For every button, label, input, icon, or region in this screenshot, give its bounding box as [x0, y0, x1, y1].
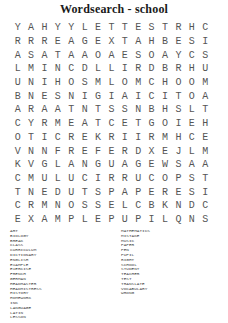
grid-cell[interactable]: L	[185, 103, 198, 117]
grid-cell[interactable]: C	[185, 131, 198, 145]
grid-cell[interactable]: U	[198, 62, 211, 76]
grid-cell[interactable]: I	[172, 117, 185, 131]
grid-cell[interactable]: D	[185, 199, 198, 213]
grid-cell[interactable]: R	[145, 131, 158, 145]
grid-cell[interactable]: N	[172, 199, 185, 213]
grid-cell[interactable]: K	[11, 158, 24, 172]
grid-cell[interactable]: R	[118, 144, 131, 158]
grid-cell[interactable]: J	[172, 144, 185, 158]
grid-cell[interactable]: Y	[51, 21, 64, 35]
grid-cell[interactable]: B	[158, 62, 171, 76]
grid-cell[interactable]: L	[78, 213, 91, 227]
grid-cell[interactable]: M	[198, 76, 211, 90]
grid-cell[interactable]: A	[11, 48, 24, 62]
grid-cell[interactable]: L	[11, 62, 24, 76]
grid-cell[interactable]: R	[65, 131, 78, 145]
grid-cell[interactable]: E	[172, 185, 185, 199]
grid-cell[interactable]: T	[78, 185, 91, 199]
grid-cell[interactable]: O	[145, 48, 158, 62]
grid-cell[interactable]: L	[51, 172, 64, 186]
grid-cell[interactable]: K	[91, 131, 104, 145]
grid-cell[interactable]: G	[132, 158, 145, 172]
grid-cell[interactable]: S	[91, 199, 104, 213]
grid-cell[interactable]: R	[24, 103, 37, 117]
grid-cell[interactable]: R	[172, 62, 185, 76]
grid-cell[interactable]: R	[11, 35, 24, 49]
grid-cell[interactable]: O	[172, 76, 185, 90]
grid-cell[interactable]: T	[172, 89, 185, 103]
grid-cell[interactable]: I	[145, 213, 158, 227]
grid-cell[interactable]: R	[158, 185, 171, 199]
grid-cell[interactable]: N	[51, 199, 64, 213]
grid-cell[interactable]: P	[132, 213, 145, 227]
grid-cell[interactable]: I	[198, 35, 211, 49]
grid-cell[interactable]: S	[78, 199, 91, 213]
grid-cell[interactable]: I	[158, 89, 171, 103]
grid-cell[interactable]: D	[51, 185, 64, 199]
grid-cell[interactable]: C	[145, 76, 158, 90]
grid-cell[interactable]: A	[24, 21, 37, 35]
grid-cell[interactable]: A	[38, 213, 51, 227]
grid-cell[interactable]: I	[78, 89, 91, 103]
grid-cell[interactable]: E	[78, 131, 91, 145]
grid-cell[interactable]: Y	[65, 21, 78, 35]
grid-cell[interactable]: A	[132, 35, 145, 49]
grid-cell[interactable]: N	[78, 158, 91, 172]
grid-cell[interactable]: B	[145, 103, 158, 117]
grid-cell[interactable]: H	[158, 103, 171, 117]
grid-cell[interactable]: Y	[11, 21, 24, 35]
grid-cell[interactable]: F	[91, 144, 104, 158]
grid-cell[interactable]: I	[118, 131, 131, 145]
grid-cell[interactable]: S	[132, 48, 145, 62]
grid-cell[interactable]: T	[105, 21, 118, 35]
word-list-item: WRONG	[121, 291, 150, 296]
grid-cell[interactable]: D	[132, 144, 145, 158]
grid-cell[interactable]: L	[51, 158, 64, 172]
grid-cell[interactable]: M	[132, 76, 145, 90]
letter-grid: YAHYYLETTESTRHCRRREAGEXTAHBESIASATAAOAES…	[11, 21, 212, 226]
grid-cell[interactable]: T	[132, 117, 145, 131]
grid-cell[interactable]: E	[65, 117, 78, 131]
grid-cell[interactable]: S	[105, 103, 118, 117]
grid-cell[interactable]: R	[24, 35, 37, 49]
grid-cell[interactable]: X	[24, 213, 37, 227]
grid-cell[interactable]: D	[78, 62, 91, 76]
grid-cell[interactable]: E	[91, 35, 104, 49]
grid-cell[interactable]: Y	[172, 48, 185, 62]
grid-cell[interactable]: A	[11, 103, 24, 117]
grid-cell[interactable]: E	[118, 48, 131, 62]
grid-cell[interactable]: O	[185, 89, 198, 103]
grid-cell[interactable]: C	[105, 117, 118, 131]
grid-cell[interactable]: I	[132, 89, 145, 103]
grid-cell[interactable]: N	[185, 213, 198, 227]
grid-cell[interactable]: P	[65, 213, 78, 227]
grid-cell[interactable]: L	[118, 199, 131, 213]
grid-cell[interactable]: S	[51, 89, 64, 103]
grid-cell[interactable]: A	[51, 103, 64, 117]
grid-cell[interactable]: R	[118, 172, 131, 186]
grid-cell[interactable]: A	[185, 158, 198, 172]
grid-cell[interactable]: N	[24, 185, 37, 199]
grid-cell[interactable]: E	[132, 21, 145, 35]
grid-cell[interactable]: O	[185, 76, 198, 90]
grid-cell[interactable]: I	[38, 76, 51, 90]
grid-cell[interactable]: B	[11, 89, 24, 103]
grid-cell[interactable]: A	[105, 48, 118, 62]
grid-cell[interactable]: P	[172, 172, 185, 186]
grid-cell[interactable]: I	[91, 172, 104, 186]
grid-cell[interactable]: K	[158, 199, 171, 213]
grid-cell[interactable]: U	[38, 172, 51, 186]
grid-cell[interactable]: O	[65, 76, 78, 90]
grid-cell[interactable]: U	[65, 185, 78, 199]
grid-cell[interactable]: O	[118, 76, 131, 90]
grid-cell[interactable]: N	[38, 144, 51, 158]
grid-cell[interactable]: G	[145, 117, 158, 131]
grid-cell[interactable]: N	[24, 144, 37, 158]
grid-cell[interactable]: E	[105, 144, 118, 158]
grid-cell[interactable]: I	[118, 62, 131, 76]
grid-cell[interactable]: A	[118, 89, 131, 103]
grid-cell[interactable]: E	[91, 21, 104, 35]
grid-cell[interactable]: H	[185, 21, 198, 35]
word-list-column-1: ARTBIOLOGYBREAKCLASSCURRICULUMDICTIONARY…	[10, 229, 42, 320]
grid-cell[interactable]: C	[198, 21, 211, 35]
grid-cell[interactable]: M	[24, 172, 37, 186]
grid-cell[interactable]: A	[118, 185, 131, 199]
grid-cell[interactable]: A	[78, 48, 91, 62]
grid-cell[interactable]: S	[172, 158, 185, 172]
grid-cell[interactable]: C	[51, 131, 64, 145]
grid-cell[interactable]: B	[145, 199, 158, 213]
grid-cell[interactable]: S	[145, 21, 158, 35]
grid-cell[interactable]: S	[118, 103, 131, 117]
grid-cell[interactable]: U	[65, 172, 78, 186]
grid-cell[interactable]: S	[185, 35, 198, 49]
grid-cell[interactable]: S	[198, 213, 211, 227]
grid-cell[interactable]: C	[78, 172, 91, 186]
grid-cell[interactable]: H	[145, 35, 158, 49]
grid-cell[interactable]: U	[118, 213, 131, 227]
grid-cell[interactable]: T	[118, 35, 131, 49]
grid-cell[interactable]: O	[91, 48, 104, 62]
grid-cell[interactable]: I	[198, 185, 211, 199]
grid-cell[interactable]: N	[132, 103, 145, 117]
grid-cell[interactable]: A	[78, 117, 91, 131]
grid-cell[interactable]: C	[132, 199, 145, 213]
grid-cell[interactable]: U	[105, 158, 118, 172]
grid-cell[interactable]: C	[11, 199, 24, 213]
grid-cell[interactable]: M	[38, 199, 51, 213]
grid-cell[interactable]: I	[105, 89, 118, 103]
grid-cell[interactable]: P	[105, 185, 118, 199]
grid-cell[interactable]: N	[24, 89, 37, 103]
grid-cell[interactable]: O	[158, 172, 171, 186]
grid-cell[interactable]: E	[78, 144, 91, 158]
grid-cell[interactable]: T	[65, 103, 78, 117]
grid-cell[interactable]: T	[118, 21, 131, 35]
grid-cell[interactable]: A	[118, 158, 131, 172]
grid-cell[interactable]: S	[185, 172, 198, 186]
grid-cell[interactable]: E	[145, 158, 158, 172]
grid-cell[interactable]: B	[158, 35, 171, 49]
grid-cell[interactable]: V	[11, 144, 24, 158]
grid-cell[interactable]: M	[51, 117, 64, 131]
grid-cell[interactable]: T	[11, 185, 24, 199]
grid-cell[interactable]: G	[78, 35, 91, 49]
grid-cell[interactable]: H	[158, 76, 171, 90]
grid-cell[interactable]: M	[158, 131, 171, 145]
grid-cell[interactable]: S	[24, 48, 37, 62]
grid-cell[interactable]: M	[91, 76, 104, 90]
grid-cell[interactable]: G	[91, 158, 104, 172]
grid-cell[interactable]: X	[145, 144, 158, 158]
grid-cell[interactable]: P	[132, 185, 145, 199]
grid-cell[interactable]: T	[24, 131, 37, 145]
grid-cell[interactable]: R	[105, 172, 118, 186]
grid-cell[interactable]: A	[198, 89, 211, 103]
grid-cell[interactable]: T	[51, 48, 64, 62]
grid-cell[interactable]: D	[145, 62, 158, 76]
grid-cell[interactable]: L	[158, 213, 171, 227]
grid-cell[interactable]: E	[38, 185, 51, 199]
grid-cell[interactable]: R	[65, 144, 78, 158]
grid-cell[interactable]: N	[78, 103, 91, 117]
grid-cell[interactable]: M	[51, 213, 64, 227]
grid-cell[interactable]: C	[11, 117, 24, 131]
grid-cell[interactable]: E	[91, 213, 104, 227]
grid-cell[interactable]: H	[51, 76, 64, 90]
grid-cell[interactable]: A	[65, 158, 78, 172]
grid-cell[interactable]: C	[185, 48, 198, 62]
grid-cell[interactable]: L	[105, 76, 118, 90]
grid-cell[interactable]: T	[198, 172, 211, 186]
grid-cell[interactable]: U	[11, 76, 24, 90]
grid-cell[interactable]: F	[51, 144, 64, 158]
grid-cell[interactable]: T	[91, 103, 104, 117]
grid-cell[interactable]: A	[38, 103, 51, 117]
grid-cell[interactable]: M	[198, 144, 211, 158]
grid-cell[interactable]: Q	[172, 213, 185, 227]
grid-cell[interactable]: L	[185, 144, 198, 158]
grid-cell[interactable]: L	[105, 62, 118, 76]
grid-cell[interactable]: R	[38, 35, 51, 49]
grid-cell[interactable]: G	[38, 158, 51, 172]
grid-cell[interactable]: R	[132, 62, 145, 76]
grid-cell[interactable]: L	[91, 62, 104, 76]
grid-cell[interactable]: T	[158, 21, 171, 35]
grid-cell[interactable]: C	[11, 172, 24, 186]
grid-cell[interactable]: I	[38, 131, 51, 145]
word-list-column-2: MATHEMATICSMISTAKEMUSICPAPERPENPUPILRIGH…	[121, 229, 150, 296]
grid-cell[interactable]: E	[51, 35, 64, 49]
grid-cell[interactable]: E	[145, 185, 158, 199]
grid-cell[interactable]: E	[198, 131, 211, 145]
grid-cell[interactable]: C	[198, 199, 211, 213]
grid-cell[interactable]: N	[65, 89, 78, 103]
grid-cell[interactable]: S	[198, 48, 211, 62]
grid-cell[interactable]: H	[185, 62, 198, 76]
grid-cell[interactable]: X	[105, 35, 118, 49]
grid-cell[interactable]: E	[118, 117, 131, 131]
grid-cell[interactable]: T	[91, 117, 104, 131]
grid-cell[interactable]: E	[38, 89, 51, 103]
grid-cell[interactable]: S	[172, 103, 185, 117]
grid-cell[interactable]: M	[24, 62, 37, 76]
grid-cell[interactable]: S	[185, 185, 198, 199]
grid-cell[interactable]: C	[145, 89, 158, 103]
grid-cell[interactable]: L	[78, 21, 91, 35]
grid-cell[interactable]: E	[158, 144, 171, 158]
grid-cell[interactable]: G	[91, 89, 104, 103]
grid-cell[interactable]: R	[105, 131, 118, 145]
grid-cell[interactable]: A	[65, 48, 78, 62]
word-list-item: LESSON	[10, 315, 42, 320]
grid-cell[interactable]: E	[11, 213, 24, 227]
grid-cell[interactable]: T	[198, 103, 211, 117]
grid-cell[interactable]: C	[145, 172, 158, 186]
grid-cell[interactable]: N	[51, 62, 64, 76]
grid-cell[interactable]: Y	[24, 117, 37, 131]
grid-cell[interactable]: E	[185, 117, 198, 131]
grid-cell[interactable]: I	[38, 62, 51, 76]
grid-cell[interactable]: H	[198, 117, 211, 131]
grid-cell[interactable]: O	[11, 131, 24, 145]
grid-cell[interactable]: S	[91, 185, 104, 199]
grid-cell[interactable]: E	[172, 35, 185, 49]
grid-cell[interactable]: A	[65, 35, 78, 49]
grid-cell[interactable]: U	[132, 172, 145, 186]
grid-cell[interactable]: O	[158, 117, 171, 131]
grid-cell[interactable]: I	[132, 131, 145, 145]
grid-cell[interactable]: V	[24, 158, 37, 172]
grid-cell[interactable]: A	[158, 48, 171, 62]
grid-cell[interactable]: E	[105, 199, 118, 213]
grid-cell[interactable]: C	[65, 62, 78, 76]
puzzle-title: Wordsearch - school	[0, 2, 228, 17]
grid-cell[interactable]: P	[105, 213, 118, 227]
grid-cell[interactable]: A	[198, 158, 211, 172]
grid-cell[interactable]: O	[65, 199, 78, 213]
grid-cell[interactable]: A	[38, 48, 51, 62]
grid-cell[interactable]: W	[158, 158, 171, 172]
grid-cell[interactable]: N	[24, 76, 37, 90]
grid-cell[interactable]: S	[78, 76, 91, 90]
grid-cell[interactable]: H	[38, 21, 51, 35]
grid-cell[interactable]: H	[172, 131, 185, 145]
grid-cell[interactable]: R	[172, 21, 185, 35]
grid-cell[interactable]: R	[24, 199, 37, 213]
grid-cell[interactable]: R	[38, 117, 51, 131]
